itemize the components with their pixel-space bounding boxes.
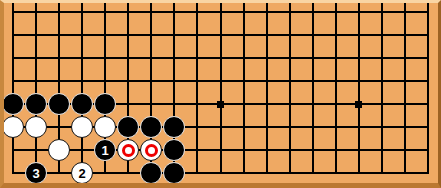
stone-black-e2: 1	[94, 139, 116, 161]
grid-line-horizontal	[12, 149, 429, 151]
stone-black-g1	[140, 162, 162, 183]
stone-black-d4	[71, 93, 93, 115]
stone-white-d1: 2	[71, 162, 93, 183]
stone-white-b3	[25, 116, 47, 138]
stone-black-h2	[163, 139, 185, 161]
stone-black-c4	[48, 93, 70, 115]
move-number-label: 3	[32, 166, 39, 179]
stone-black-e4	[94, 93, 116, 115]
stone-black-f3	[117, 116, 139, 138]
stone-black-g3	[140, 116, 162, 138]
stone-black-b1: 3	[25, 162, 47, 183]
move-number-label: 2	[79, 166, 86, 179]
stone-white-c2	[48, 139, 70, 161]
stone-white-g2	[140, 139, 162, 161]
stone-black-h1	[163, 162, 185, 183]
stone-black-b4	[25, 93, 47, 115]
board-grid: 132	[4, 3, 438, 183]
grid-line-horizontal	[12, 57, 429, 59]
star-point-q4	[355, 101, 362, 108]
grid-line-horizontal	[12, 80, 429, 82]
move-number-label: 1	[102, 143, 109, 156]
stone-black-h3	[163, 116, 185, 138]
grid-line-horizontal	[12, 11, 429, 13]
stone-white-f2	[117, 139, 139, 161]
stone-white-a3	[4, 116, 24, 138]
stone-white-d3	[71, 116, 93, 138]
stone-black-a4	[4, 93, 24, 115]
star-point-k4	[217, 101, 224, 108]
stone-white-e3	[94, 116, 116, 138]
circle-mark-icon	[145, 144, 158, 157]
go-board-frame: 132	[0, 0, 441, 188]
circle-mark-icon	[122, 144, 135, 157]
grid-line-horizontal	[12, 34, 429, 36]
